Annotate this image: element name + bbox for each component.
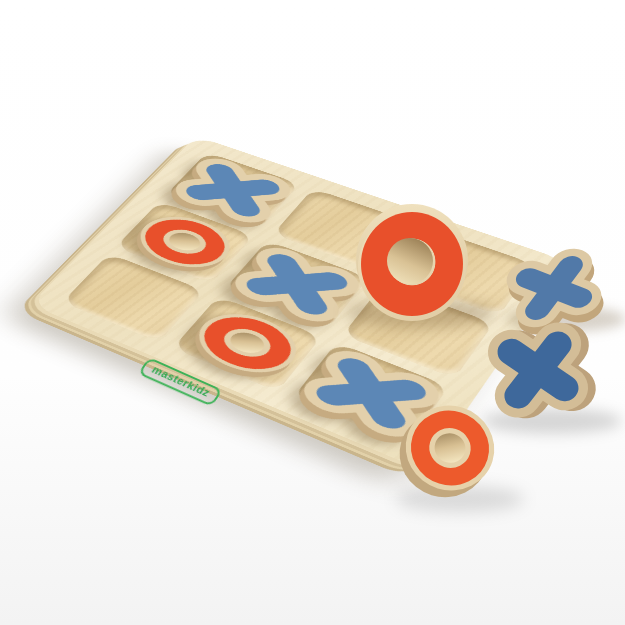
o-flat-face <box>378 378 521 517</box>
photo-stage: masterkidz <box>0 0 625 625</box>
piece-o-standing[interactable] <box>354 204 470 322</box>
o-ring-hole <box>387 238 433 284</box>
piece-o-flat-table[interactable] <box>392 390 514 514</box>
